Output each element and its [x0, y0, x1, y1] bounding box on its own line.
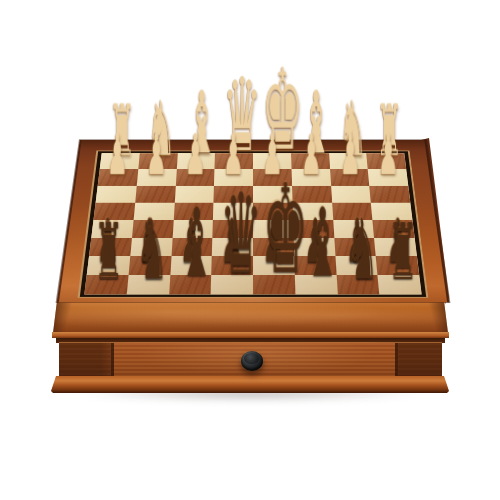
piece-white-pawn[interactable]: ♟: [146, 126, 167, 183]
board-pieces: ♜♞♝♛♚♝♞♜♟♟♟♟♟♟♟♟♟♟♟♟♟♟♟♟♜♞♝♛♚♝♞♜: [59, 140, 447, 303]
piece-black-knight[interactable]: ♞: [136, 207, 159, 291]
board-lid: ♜♞♝♛♚♝♞♜♟♟♟♟♟♟♟♟♟♟♟♟♟♟♟♟♜♞♝♛♚♝♞♜: [57, 140, 450, 303]
piece-white-pawn[interactable]: ♟: [378, 126, 399, 183]
piece-black-rook[interactable]: ♜: [94, 213, 117, 291]
piece-white-pawn[interactable]: ♟: [184, 126, 205, 183]
piece-black-king[interactable]: ♚: [262, 168, 285, 291]
piece-black-knight[interactable]: ♞: [347, 207, 370, 291]
piece-black-bishop[interactable]: ♝: [178, 196, 201, 291]
piece-black-bishop[interactable]: ♝: [305, 196, 328, 291]
piece-white-pawn[interactable]: ♟: [339, 126, 360, 183]
piece-white-pawn[interactable]: ♟: [107, 126, 128, 183]
lid-front-edge: [53, 301, 448, 333]
piece-black-queen[interactable]: ♛: [220, 179, 243, 291]
lid-molding-lip: [52, 332, 449, 338]
piece-black-rook[interactable]: ♜: [389, 213, 412, 291]
drawer-knob[interactable]: [241, 351, 263, 371]
base-molding: [51, 376, 449, 393]
chess-set-photo: ♜♞♝♛♚♝♞♜♟♟♟♟♟♟♟♟♟♟♟♟♟♟♟♟♜♞♝♛♚♝♞♜: [0, 0, 500, 500]
